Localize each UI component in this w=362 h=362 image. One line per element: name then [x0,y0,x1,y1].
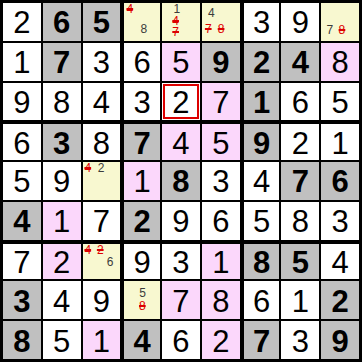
cell-value: 3 [212,166,229,197]
cell-value: 7 [134,128,151,159]
cell-r9c8[interactable]: 3 [281,321,319,359]
cell-value: 4 [134,326,151,357]
cell-r9c9[interactable]: 9 [321,321,359,359]
pencil-mark-8: 8 [140,23,147,35]
cell-value: 9 [172,206,189,237]
cell-value: 2 [253,47,270,78]
cell-r3c7[interactable]: 1 [242,83,280,121]
cell-r2c8[interactable]: 4 [281,43,319,81]
cell-value: 9 [212,47,229,78]
cell-r6c5[interactable]: 9 [162,202,200,240]
pencil-mark-7-eliminated: 7 [205,23,212,35]
cell-value: 5 [253,206,270,237]
cell-value: 4 [172,128,189,159]
cell-value: 6 [292,87,309,118]
cell-r1c1[interactable]: 2 [3,3,41,41]
cell-r9c6[interactable]: 2 [202,321,240,359]
cell-r6c2[interactable]: 1 [43,202,81,240]
cell-r7c7[interactable]: 8 [242,242,280,280]
cell-r8c6[interactable]: 8 [202,281,240,319]
cell-value: 4 [53,286,70,317]
cell-value: 3 [93,47,110,78]
cell-r5c7[interactable]: 4 [242,162,280,200]
cell-r9c7[interactable]: 7 [242,321,280,359]
pencil-mark-5: 5 [139,287,146,299]
cell-value: 6 [53,7,70,38]
pencil-mark-4-eliminated: 4 [84,162,91,174]
cell-value: 2 [13,7,30,38]
cell-value: 5 [172,47,189,78]
cell-r9c4[interactable]: 4 [122,321,160,359]
cell-r3c4[interactable]: 3 [122,83,160,121]
cell-r2c6[interactable]: 9 [202,43,240,81]
cell-r3c8[interactable]: 6 [281,83,319,121]
cell-r3c2[interactable]: 8 [43,83,81,121]
cell-r7c5[interactable]: 3 [162,242,200,280]
cell-r1c2[interactable]: 6 [43,3,81,41]
cell-r5c8[interactable]: 7 [281,162,319,200]
cell-r1c5[interactable]: 147 [162,3,200,41]
cell-value: 9 [134,247,151,278]
cell-r5c6[interactable]: 3 [202,162,240,200]
cell-value: 3 [53,128,70,159]
cell-r5c4[interactable]: 1 [122,162,160,200]
cell-r2c9[interactable]: 8 [321,43,359,81]
cell-value: 8 [331,47,348,78]
cell-value: 1 [53,206,70,237]
cell-r7c3[interactable]: 426 [83,242,121,280]
cell-r9c1[interactable]: 8 [3,321,41,359]
cell-value: 3 [331,206,348,237]
pencil-mark-4-eliminated: 4 [126,3,133,15]
cell-value: 9 [13,87,30,118]
cell-r6c6[interactable]: 6 [202,202,240,240]
cell-r1c6[interactable]: 478 [202,3,240,41]
cell-value: 2 [212,326,229,357]
pencil-mark-4-eliminated: 4 [84,244,91,256]
cell-r9c5[interactable]: 6 [162,321,200,359]
cell-value: 7 [212,87,229,118]
cell-value: 8 [292,206,309,237]
cell-r8c9[interactable]: 2 [321,281,359,319]
cell-value: 6 [134,47,151,78]
cell-r4c9[interactable]: 1 [321,122,359,160]
pencil-mark-8-eliminated: 8 [339,24,346,36]
cell-value: 5 [13,166,30,197]
cell-value: 9 [53,166,70,197]
cell-r7c6[interactable]: 1 [202,242,240,280]
cell-value: 6 [253,286,270,317]
cell-value: 5 [331,87,348,118]
pencil-mark-2-eliminated: 2 [97,244,104,256]
cell-value: 5 [292,247,309,278]
cell-value: 1 [134,166,151,197]
cell-value: 9 [253,128,270,159]
cell-value: 4 [13,206,30,237]
cell-value: 8 [93,128,110,159]
cell-r3c3[interactable]: 4 [83,83,121,121]
cell-r7c1[interactable]: 7 [3,242,41,280]
cell-r8c1[interactable]: 3 [3,281,41,319]
cell-value: 1 [13,47,30,78]
cell-value: 3 [134,87,151,118]
cell-r3c5[interactable]: 2 [162,83,200,121]
cell-r9c2[interactable]: 5 [43,321,81,359]
cell-value: 4 [93,87,110,118]
cell-r5c5[interactable]: 8 [162,162,200,200]
cell-r8c4[interactable]: 58 [122,281,160,319]
cell-r7c9[interactable]: 4 [321,242,359,280]
pencil-mark-7: 7 [327,24,334,36]
cell-value: 8 [212,286,229,317]
cell-r6c1[interactable]: 4 [3,202,41,240]
cell-r1c7[interactable]: 3 [242,3,280,41]
cell-r6c9[interactable]: 3 [321,202,359,240]
pencil-mark-4: 4 [208,7,215,19]
cell-value: 9 [93,286,110,317]
cell-r4c7[interactable]: 9 [242,122,280,160]
cell-value: 7 [172,286,189,317]
cell-value: 2 [331,286,348,317]
cell-value: 9 [331,326,348,357]
cell-value: 1 [331,128,348,159]
cell-r6c4[interactable]: 2 [122,202,160,240]
cell-value: 6 [212,206,229,237]
cell-value: 7 [13,247,30,278]
cell-value: 3 [172,247,189,278]
cell-value: 6 [172,326,189,357]
cell-r2c4[interactable]: 6 [122,43,160,81]
cell-value: 3 [13,286,30,317]
cell-r1c9[interactable]: 78 [321,3,359,41]
cell-value: 2 [172,87,189,118]
cell-r5c2[interactable]: 9 [43,162,81,200]
cell-r4c5[interactable]: 4 [162,122,200,160]
cell-value: 7 [292,166,309,197]
pencil-mark-2: 2 [98,162,105,174]
cell-value: 7 [253,326,270,357]
cell-r4c3[interactable]: 8 [83,122,121,160]
cell-value: 3 [292,326,309,357]
cell-r1c4[interactable]: 48 [122,3,160,41]
pencil-mark-6: 6 [107,256,114,268]
cell-r2c5[interactable]: 5 [162,43,200,81]
cell-r2c3[interactable]: 3 [83,43,121,81]
cell-r6c7[interactable]: 5 [242,202,280,240]
cell-value: 6 [13,128,30,159]
cell-r3c9[interactable]: 5 [321,83,359,121]
cell-value: 3 [253,7,270,38]
cell-value: 9 [292,7,309,38]
pencil-mark-8-eliminated: 8 [139,300,146,312]
cell-r4c4[interactable]: 7 [122,122,160,160]
cell-r9c3[interactable]: 1 [83,321,121,359]
cell-r2c2[interactable]: 7 [43,43,81,81]
cell-r7c8[interactable]: 5 [281,242,319,280]
cell-value: 1 [292,286,309,317]
cell-r7c2[interactable]: 2 [43,242,81,280]
cell-value: 8 [53,87,70,118]
pencil-mark-7-eliminated: 7 [172,26,179,38]
cell-r1c8[interactable]: 9 [281,3,319,41]
cell-r4c8[interactable]: 2 [281,122,319,160]
cell-r6c8[interactable]: 8 [281,202,319,240]
cell-r4c6[interactable]: 5 [202,122,240,160]
cell-value: 4 [331,247,348,278]
cell-value: 6 [331,166,348,197]
cell-r5c1[interactable]: 5 [3,162,41,200]
cell-r4c2[interactable]: 3 [43,122,81,160]
cell-value: 8 [253,247,270,278]
cell-r3c1[interactable]: 9 [3,83,41,121]
cell-r1c3[interactable]: 5 [83,3,121,41]
cell-r8c3[interactable]: 9 [83,281,121,319]
cell-r4c1[interactable]: 6 [3,122,41,160]
cell-r5c3[interactable]: 42 [83,162,121,200]
cell-r5c9[interactable]: 6 [321,162,359,200]
cell-value: 1 [93,326,110,357]
cell-value: 5 [53,326,70,357]
cell-value: 4 [292,47,309,78]
sudoku-board: 2654814747839781736592489843271656387459… [3,3,359,359]
cell-value: 7 [53,47,70,78]
cell-value: 2 [53,247,70,278]
cell-r8c8[interactable]: 1 [281,281,319,319]
cell-value: 1 [212,247,229,278]
pencil-mark-8-eliminated: 8 [218,23,225,35]
cell-value: 2 [134,206,151,237]
cell-r3c6[interactable]: 7 [202,83,240,121]
cell-value: 1 [253,87,270,118]
cell-value: 8 [172,166,189,197]
cell-r6c3[interactable]: 7 [83,202,121,240]
cell-value: 5 [212,128,229,159]
cell-r8c5[interactable]: 7 [162,281,200,319]
cell-value: 8 [13,326,30,357]
cell-r7c4[interactable]: 9 [122,242,160,280]
cell-r8c7[interactable]: 6 [242,281,280,319]
cell-value: 7 [93,206,110,237]
cell-value: 2 [292,128,309,159]
cell-r2c1[interactable]: 1 [3,43,41,81]
cell-r8c2[interactable]: 4 [43,281,81,319]
sudoku-board-frame: 2654814747839781736592489843271656387459… [0,0,362,362]
cell-r2c7[interactable]: 2 [242,43,280,81]
cell-value: 5 [93,7,110,38]
cell-value: 4 [253,166,270,197]
